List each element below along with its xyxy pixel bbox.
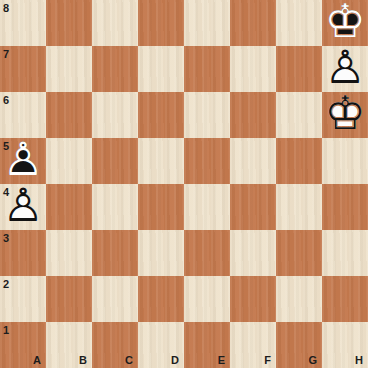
file-label-b: B [79,355,87,366]
file-label-a: A [33,355,41,366]
square-c8[interactable] [92,0,138,46]
rank-label-7: 7 [3,49,9,60]
square-h8[interactable]: ♚♔ [322,0,368,46]
square-h4[interactable] [322,184,368,230]
square-f1[interactable]: F [230,322,276,368]
rank-label-8: 8 [3,3,9,14]
square-f8[interactable] [230,0,276,46]
square-b3[interactable] [46,230,92,276]
square-c2[interactable] [92,276,138,322]
rank-label-1: 1 [3,325,9,336]
rank-label-4: 4 [3,187,9,198]
square-g5[interactable] [276,138,322,184]
square-a6[interactable]: 6 [0,92,46,138]
square-a8[interactable]: 8 [0,0,46,46]
square-e2[interactable] [184,276,230,322]
square-d8[interactable] [138,0,184,46]
square-h7[interactable]: ♟♙ [322,46,368,92]
square-a7[interactable]: 7 [0,46,46,92]
white-king-icon[interactable]: ♚♔ [322,92,368,138]
board-grid: 8♚♔7♟♙6♚♔5♟♙4♟♙321ABCDEFGH [0,0,368,368]
square-f3[interactable] [230,230,276,276]
square-g1[interactable]: G [276,322,322,368]
chess-board: 8♚♔7♟♙6♚♔5♟♙4♟♙321ABCDEFGH [0,0,368,368]
square-h5[interactable] [322,138,368,184]
square-f5[interactable] [230,138,276,184]
square-a3[interactable]: 3 [0,230,46,276]
square-g3[interactable] [276,230,322,276]
white-pawn-icon[interactable]: ♟♙ [322,46,368,92]
black-king-icon[interactable]: ♚♔ [322,0,368,46]
square-g6[interactable] [276,92,322,138]
square-f2[interactable] [230,276,276,322]
square-f7[interactable] [230,46,276,92]
square-a2[interactable]: 2 [0,276,46,322]
square-c3[interactable] [92,230,138,276]
square-f6[interactable] [230,92,276,138]
square-c6[interactable] [92,92,138,138]
square-d4[interactable] [138,184,184,230]
square-c1[interactable]: C [92,322,138,368]
square-a4[interactable]: 4♟♙ [0,184,46,230]
square-a1[interactable]: 1A [0,322,46,368]
square-g8[interactable] [276,0,322,46]
square-d7[interactable] [138,46,184,92]
square-a5[interactable]: 5♟♙ [0,138,46,184]
file-label-d: D [171,355,179,366]
square-b6[interactable] [46,92,92,138]
square-g7[interactable] [276,46,322,92]
square-c4[interactable] [92,184,138,230]
square-f4[interactable] [230,184,276,230]
square-e8[interactable] [184,0,230,46]
square-h6[interactable]: ♚♔ [322,92,368,138]
square-e5[interactable] [184,138,230,184]
square-e6[interactable] [184,92,230,138]
square-d6[interactable] [138,92,184,138]
rank-label-6: 6 [3,95,9,106]
square-h2[interactable] [322,276,368,322]
file-label-f: F [264,355,271,366]
square-e7[interactable] [184,46,230,92]
square-g2[interactable] [276,276,322,322]
square-c7[interactable] [92,46,138,92]
square-d1[interactable]: D [138,322,184,368]
square-c5[interactable] [92,138,138,184]
file-label-g: G [308,355,317,366]
square-e1[interactable]: E [184,322,230,368]
square-d2[interactable] [138,276,184,322]
rank-label-5: 5 [3,141,9,152]
rank-label-3: 3 [3,233,9,244]
square-b4[interactable] [46,184,92,230]
file-label-c: C [125,355,133,366]
square-d5[interactable] [138,138,184,184]
square-b5[interactable] [46,138,92,184]
square-h3[interactable] [322,230,368,276]
rank-label-2: 2 [3,279,9,290]
file-label-e: E [218,355,225,366]
file-label-h: H [355,355,363,366]
square-b7[interactable] [46,46,92,92]
square-b8[interactable] [46,0,92,46]
square-h1[interactable]: H [322,322,368,368]
square-d3[interactable] [138,230,184,276]
square-b1[interactable]: B [46,322,92,368]
square-e4[interactable] [184,184,230,230]
square-b2[interactable] [46,276,92,322]
square-e3[interactable] [184,230,230,276]
square-g4[interactable] [276,184,322,230]
